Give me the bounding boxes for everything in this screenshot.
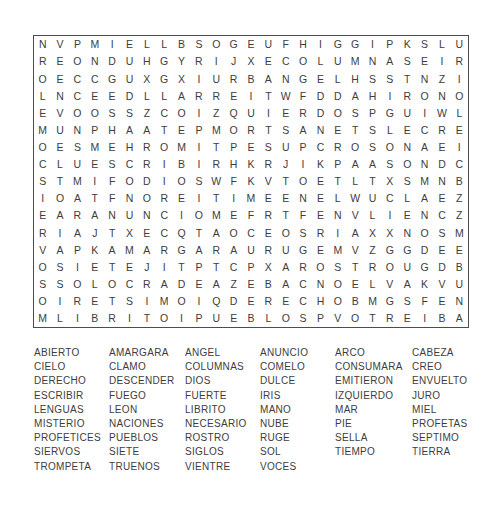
cell-r3c21[interactable]: S [381,70,398,87]
cell-r6c2[interactable]: U [51,122,68,139]
cell-r9c11[interactable]: W [208,173,225,190]
cell-r6c18[interactable]: E [329,122,346,139]
cell-r14c23[interactable]: G [416,259,433,276]
cell-r1c9[interactable]: B [173,36,190,53]
cell-r5c15[interactable]: E [277,104,294,121]
cell-r17c12[interactable]: E [225,310,242,327]
cell-r2c22[interactable]: S [399,53,416,70]
cell-r15c12[interactable]: Z [225,276,242,293]
cell-r9c5[interactable]: F [103,173,120,190]
cell-r13c20[interactable]: Z [364,241,381,258]
cell-r1c18[interactable]: G [329,36,346,53]
cell-r3c6[interactable]: U [121,70,138,87]
cell-r6c25[interactable]: E [451,122,468,139]
cell-r4c14[interactable]: T [260,87,277,104]
cell-r1c22[interactable]: K [399,36,416,53]
cell-r10c10[interactable]: I [190,190,207,207]
cell-r14c9[interactable]: T [173,259,190,276]
cell-r3c18[interactable]: L [329,70,346,87]
cell-r12c10[interactable]: T [190,224,207,241]
cell-r12c7[interactable]: E [138,224,155,241]
cell-r9c1[interactable]: S [34,173,51,190]
cell-r15c1[interactable]: S [34,276,51,293]
cell-r6c7[interactable]: A [138,122,155,139]
cell-r7c13[interactable]: E [242,139,259,156]
cell-r3c14[interactable]: A [260,70,277,87]
cell-r1c10[interactable]: S [190,36,207,53]
cell-r17c19[interactable]: O [346,310,363,327]
cell-r15c25[interactable]: U [451,276,468,293]
cell-r13c10[interactable]: A [190,241,207,258]
cell-r8c14[interactable]: R [260,156,277,173]
cell-r12c22[interactable]: N [399,224,416,241]
cell-r7c25[interactable]: I [451,139,468,156]
cell-r2c9[interactable]: Y [173,53,190,70]
cell-r2c25[interactable]: R [451,53,468,70]
cell-r13c9[interactable]: G [173,241,190,258]
cell-r13c18[interactable]: M [329,241,346,258]
cell-r10c11[interactable]: T [208,190,225,207]
cell-r9c4[interactable]: I [86,173,103,190]
cell-r10c24[interactable]: E [433,190,450,207]
cell-r13c14[interactable]: R [260,241,277,258]
cell-r5c17[interactable]: D [312,104,329,121]
cell-r15c6[interactable]: C [121,276,138,293]
cell-r7c5[interactable]: E [103,139,120,156]
cell-r6c22[interactable]: E [399,122,416,139]
cell-r3c13[interactable]: B [242,70,259,87]
cell-r9c24[interactable]: N [433,173,450,190]
cell-r5c5[interactable]: S [103,104,120,121]
cell-r14c24[interactable]: D [433,259,450,276]
cell-r17c10[interactable]: P [190,310,207,327]
cell-r12c9[interactable]: Q [173,224,190,241]
cell-r6c6[interactable]: A [121,122,138,139]
cell-r12c1[interactable]: R [34,224,51,241]
cell-r2c15[interactable]: C [277,53,294,70]
cell-r6c3[interactable]: N [69,122,86,139]
cell-r11c15[interactable]: T [277,207,294,224]
cell-r8c21[interactable]: S [381,156,398,173]
cell-r10c18[interactable]: L [329,190,346,207]
cell-r4c6[interactable]: D [121,87,138,104]
cell-r3c17[interactable]: E [312,70,329,87]
cell-r12c25[interactable]: M [451,224,468,241]
cell-r11c25[interactable]: Z [451,207,468,224]
cell-r5c10[interactable]: I [190,104,207,121]
cell-r1c6[interactable]: E [121,36,138,53]
cell-r17c16[interactable]: S [294,310,311,327]
cell-r3c11[interactable]: U [208,70,225,87]
cell-r5c16[interactable]: R [294,104,311,121]
cell-r12c18[interactable]: I [329,224,346,241]
cell-r9c16[interactable]: O [294,173,311,190]
cell-r16c3[interactable]: R [69,293,86,310]
cell-r2c19[interactable]: M [346,53,363,70]
cell-r4c8[interactable]: L [156,87,173,104]
cell-r1c2[interactable]: V [51,36,68,53]
cell-r6c4[interactable]: P [86,122,103,139]
cell-r4c11[interactable]: R [208,87,225,104]
cell-r7c24[interactable]: E [433,139,450,156]
cell-r14c22[interactable]: U [399,259,416,276]
cell-r7c10[interactable]: I [190,139,207,156]
cell-r2c7[interactable]: H [138,53,155,70]
cell-r13c2[interactable]: A [51,241,68,258]
cell-r13c17[interactable]: E [312,241,329,258]
cell-r8c4[interactable]: E [86,156,103,173]
cell-r3c16[interactable]: G [294,70,311,87]
cell-r14c5[interactable]: T [103,259,120,276]
cell-r16c19[interactable]: B [346,293,363,310]
cell-r11c11[interactable]: M [208,207,225,224]
cell-r12c14[interactable]: E [260,224,277,241]
cell-r1c15[interactable]: F [277,36,294,53]
cell-r12c23[interactable]: O [416,224,433,241]
cell-r16c10[interactable]: I [190,293,207,310]
cell-r5c22[interactable]: U [399,104,416,121]
cell-r12c17[interactable]: R [312,224,329,241]
cell-r17c18[interactable]: V [329,310,346,327]
cell-r17c25[interactable]: A [451,310,468,327]
cell-r8c7[interactable]: R [138,156,155,173]
cell-r9c3[interactable]: M [69,173,86,190]
cell-r12c20[interactable]: X [364,224,381,241]
cell-r5c13[interactable]: U [242,104,259,121]
cell-r11c20[interactable]: L [364,207,381,224]
cell-r13c12[interactable]: A [225,241,242,258]
cell-r7c8[interactable]: O [156,139,173,156]
cell-r11c6[interactable]: U [121,207,138,224]
cell-r3c22[interactable]: T [399,70,416,87]
cell-r12c8[interactable]: C [156,224,173,241]
cell-r15c20[interactable]: L [364,276,381,293]
cell-r11c8[interactable]: C [156,207,173,224]
cell-r11c14[interactable]: R [260,207,277,224]
cell-r10c15[interactable]: E [277,190,294,207]
cell-r8c18[interactable]: P [329,156,346,173]
cell-r5c25[interactable]: L [451,104,468,121]
cell-r11c3[interactable]: R [69,207,86,224]
cell-r3c15[interactable]: N [277,70,294,87]
cell-r1c19[interactable]: G [346,36,363,53]
cell-r6c9[interactable]: E [173,122,190,139]
cell-r5c14[interactable]: I [260,104,277,121]
cell-r13c21[interactable]: G [381,241,398,258]
cell-r8c1[interactable]: C [34,156,51,173]
cell-r1c7[interactable]: L [138,36,155,53]
cell-r17c1[interactable]: M [34,310,51,327]
cell-r6c16[interactable]: A [294,122,311,139]
cell-r1c17[interactable]: I [312,36,329,53]
cell-r9c7[interactable]: D [138,173,155,190]
cell-r4c17[interactable]: D [312,87,329,104]
cell-r14c19[interactable]: T [346,259,363,276]
cell-r2c6[interactable]: U [121,53,138,70]
cell-r4c15[interactable]: W [277,87,294,104]
cell-r12c5[interactable]: T [103,224,120,241]
cell-r10c8[interactable]: R [156,190,173,207]
cell-r9c13[interactable]: K [242,173,259,190]
cell-r17c9[interactable]: I [173,310,190,327]
cell-r12c3[interactable]: A [69,224,86,241]
cell-r2c12[interactable]: J [225,53,242,70]
cell-r4c13[interactable]: I [242,87,259,104]
cell-r10c19[interactable]: W [346,190,363,207]
cell-r15c18[interactable]: O [329,276,346,293]
cell-r4c3[interactable]: C [69,87,86,104]
cell-r2c21[interactable]: A [381,53,398,70]
cell-r16c14[interactable]: R [260,293,277,310]
cell-r1c1[interactable]: N [34,36,51,53]
cell-r3c3[interactable]: C [69,70,86,87]
cell-r4c24[interactable]: N [433,87,450,104]
cell-r9c22[interactable]: S [399,173,416,190]
cell-r8c22[interactable]: O [399,156,416,173]
cell-r5c11[interactable]: Z [208,104,225,121]
cell-r10c5[interactable]: F [103,190,120,207]
cell-r11c12[interactable]: E [225,207,242,224]
cell-r15c5[interactable]: O [103,276,120,293]
cell-r16c8[interactable]: M [156,293,173,310]
cell-r16c20[interactable]: M [364,293,381,310]
cell-r13c6[interactable]: M [121,241,138,258]
cell-r6c8[interactable]: T [156,122,173,139]
cell-r14c18[interactable]: S [329,259,346,276]
cell-r3c25[interactable]: I [451,70,468,87]
cell-r3c23[interactable]: N [416,70,433,87]
cell-r5c19[interactable]: S [346,104,363,121]
cell-r8c25[interactable]: C [451,156,468,173]
cell-r5c20[interactable]: P [364,104,381,121]
cell-r7c2[interactable]: E [51,139,68,156]
cell-r5c9[interactable]: O [173,104,190,121]
cell-r3c4[interactable]: C [86,70,103,87]
cell-r8c3[interactable]: U [69,156,86,173]
cell-r14c16[interactable]: R [294,259,311,276]
cell-r5c12[interactable]: Q [225,104,242,121]
cell-r2c13[interactable]: X [242,53,259,70]
cell-r10c17[interactable]: E [312,190,329,207]
cell-r15c14[interactable]: B [260,276,277,293]
cell-r3c10[interactable]: I [190,70,207,87]
cell-r17c22[interactable]: E [399,310,416,327]
cell-r13c15[interactable]: U [277,241,294,258]
cell-r8c6[interactable]: C [121,156,138,173]
cell-r17c13[interactable]: B [242,310,259,327]
cell-r1c24[interactable]: L [433,36,450,53]
cell-r8c19[interactable]: A [346,156,363,173]
cell-r11c5[interactable]: N [103,207,120,224]
cell-r7c15[interactable]: U [277,139,294,156]
cell-r4c20[interactable]: H [364,87,381,104]
cell-r10c13[interactable]: M [242,190,259,207]
cell-r10c21[interactable]: C [381,190,398,207]
cell-r16c22[interactable]: S [399,293,416,310]
cell-r10c4[interactable]: T [86,190,103,207]
cell-r1c25[interactable]: U [451,36,468,53]
cell-r15c22[interactable]: A [399,276,416,293]
cell-r1c11[interactable]: O [208,36,225,53]
cell-r8c20[interactable]: A [364,156,381,173]
cell-r2c1[interactable]: R [34,53,51,70]
cell-r17c14[interactable]: L [260,310,277,327]
cell-r8c10[interactable]: I [190,156,207,173]
cell-r15c2[interactable]: S [51,276,68,293]
cell-r8c5[interactable]: S [103,156,120,173]
cell-r6c11[interactable]: M [208,122,225,139]
cell-r9c20[interactable]: T [364,173,381,190]
cell-r13c22[interactable]: G [399,241,416,258]
cell-r11c17[interactable]: E [312,207,329,224]
cell-r5c21[interactable]: G [381,104,398,121]
cell-r10c14[interactable]: E [260,190,277,207]
cell-r9c19[interactable]: L [346,173,363,190]
cell-r3c5[interactable]: G [103,70,120,87]
cell-r2c23[interactable]: E [416,53,433,70]
cell-r3c2[interactable]: E [51,70,68,87]
cell-r14c1[interactable]: O [34,259,51,276]
cell-r4c10[interactable]: R [190,87,207,104]
cell-r6c14[interactable]: T [260,122,277,139]
cell-r2c8[interactable]: G [156,53,173,70]
cell-r17c20[interactable]: T [364,310,381,327]
cell-r8c17[interactable]: K [312,156,329,173]
cell-r11c10[interactable]: O [190,207,207,224]
cell-r9c23[interactable]: M [416,173,433,190]
cell-r2c20[interactable]: N [364,53,381,70]
cell-r12c11[interactable]: A [208,224,225,241]
cell-r15c11[interactable]: A [208,276,225,293]
cell-r13c5[interactable]: A [103,241,120,258]
cell-r7c4[interactable]: M [86,139,103,156]
cell-r3c1[interactable]: O [34,70,51,87]
cell-r6c5[interactable]: H [103,122,120,139]
cell-r11c16[interactable]: F [294,207,311,224]
cell-r15c15[interactable]: A [277,276,294,293]
cell-r4c25[interactable]: O [451,87,468,104]
cell-r8c2[interactable]: L [51,156,68,173]
cell-r12c15[interactable]: O [277,224,294,241]
cell-r10c23[interactable]: A [416,190,433,207]
cell-r13c13[interactable]: U [242,241,259,258]
cell-r10c20[interactable]: U [364,190,381,207]
cell-r5c1[interactable]: E [34,104,51,121]
cell-r16c25[interactable]: N [451,293,468,310]
cell-r14c8[interactable]: I [156,259,173,276]
cell-r9c12[interactable]: F [225,173,242,190]
cell-r6c10[interactable]: P [190,122,207,139]
cell-r7c17[interactable]: C [312,139,329,156]
cell-r17c2[interactable]: L [51,310,68,327]
cell-r16c4[interactable]: E [86,293,103,310]
cell-r3c8[interactable]: G [156,70,173,87]
cell-r15c4[interactable]: L [86,276,103,293]
cell-r12c12[interactable]: O [225,224,242,241]
cell-r14c4[interactable]: E [86,259,103,276]
cell-r17c4[interactable]: B [86,310,103,327]
cell-r15c23[interactable]: K [416,276,433,293]
cell-r16c16[interactable]: C [294,293,311,310]
cell-r1c21[interactable]: P [381,36,398,53]
cell-r14c10[interactable]: P [190,259,207,276]
cell-r12c16[interactable]: S [294,224,311,241]
cell-r6c1[interactable]: M [34,122,51,139]
cell-r7c18[interactable]: R [329,139,346,156]
cell-r15c9[interactable]: D [173,276,190,293]
cell-r15c24[interactable]: V [433,276,450,293]
cell-r13c3[interactable]: P [69,241,86,258]
cell-r15c7[interactable]: R [138,276,155,293]
cell-r7c16[interactable]: P [294,139,311,156]
cell-r16c15[interactable]: E [277,293,294,310]
cell-r14c6[interactable]: E [121,259,138,276]
cell-r16c12[interactable]: D [225,293,242,310]
cell-r16c9[interactable]: O [173,293,190,310]
cell-r9c17[interactable]: E [312,173,329,190]
cell-r9c8[interactable]: I [156,173,173,190]
cell-r17c8[interactable]: O [156,310,173,327]
cell-r11c19[interactable]: V [346,207,363,224]
cell-r16c5[interactable]: T [103,293,120,310]
cell-r16c23[interactable]: F [416,293,433,310]
cell-r16c24[interactable]: E [433,293,450,310]
cell-r1c14[interactable]: U [260,36,277,53]
cell-r4c23[interactable]: O [416,87,433,104]
cell-r14c7[interactable]: J [138,259,155,276]
cell-r1c12[interactable]: G [225,36,242,53]
cell-r8c24[interactable]: D [433,156,450,173]
cell-r12c13[interactable]: C [242,224,259,241]
cell-r15c17[interactable]: N [312,276,329,293]
cell-r15c8[interactable]: A [156,276,173,293]
cell-r16c11[interactable]: Q [208,293,225,310]
cell-r7c20[interactable]: S [364,139,381,156]
cell-r17c11[interactable]: U [208,310,225,327]
cell-r7c22[interactable]: N [399,139,416,156]
cell-r11c21[interactable]: I [381,207,398,224]
cell-r4c1[interactable]: L [34,87,51,104]
cell-r11c1[interactable]: E [34,207,51,224]
cell-r13c23[interactable]: D [416,241,433,258]
cell-r11c7[interactable]: N [138,207,155,224]
cell-r13c8[interactable]: R [156,241,173,258]
cell-r13c4[interactable]: K [86,241,103,258]
cell-r9c18[interactable]: T [329,173,346,190]
cell-r17c15[interactable]: O [277,310,294,327]
cell-r5c24[interactable]: W [433,104,450,121]
cell-r7c23[interactable]: A [416,139,433,156]
cell-r10c12[interactable]: I [225,190,242,207]
cell-r15c3[interactable]: O [69,276,86,293]
cell-r16c17[interactable]: H [312,293,329,310]
cell-r14c2[interactable]: S [51,259,68,276]
cell-r17c21[interactable]: R [381,310,398,327]
cell-r14c20[interactable]: R [364,259,381,276]
cell-r3c20[interactable]: S [364,70,381,87]
cell-r1c13[interactable]: E [242,36,259,53]
cell-r14c11[interactable]: T [208,259,225,276]
cell-r16c7[interactable]: I [138,293,155,310]
cell-r10c3[interactable]: A [69,190,86,207]
cell-r12c6[interactable]: X [121,224,138,241]
cell-r6c19[interactable]: T [346,122,363,139]
cell-r8c15[interactable]: J [277,156,294,173]
cell-r9c9[interactable]: O [173,173,190,190]
cell-r2c10[interactable]: R [190,53,207,70]
cell-r1c8[interactable]: L [156,36,173,53]
cell-r6c13[interactable]: R [242,122,259,139]
